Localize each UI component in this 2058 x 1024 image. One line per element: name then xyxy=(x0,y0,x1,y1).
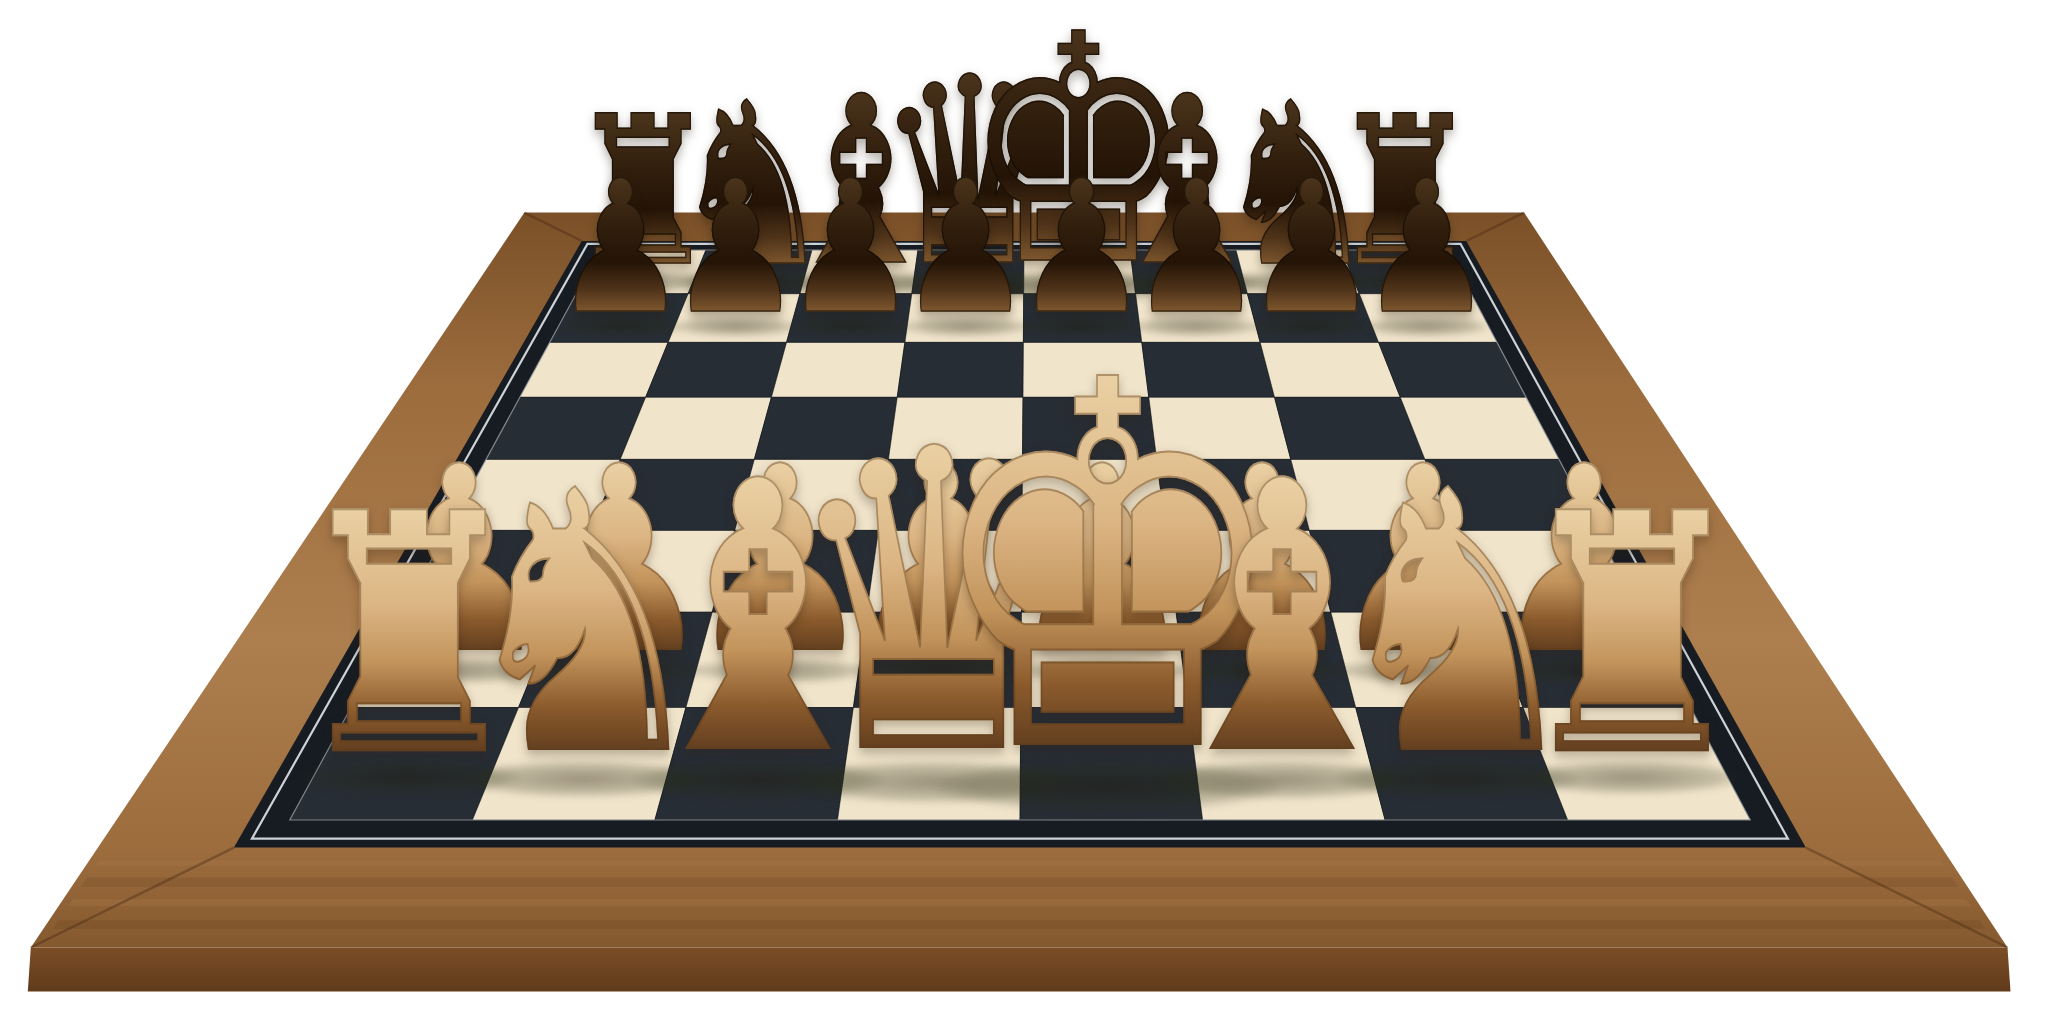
piece-shadow xyxy=(1497,658,1671,684)
piece-shadow xyxy=(1015,658,1189,684)
black-pawn-glyph: ♟ xyxy=(1006,156,1156,339)
piece-shadow xyxy=(1336,658,1510,684)
piece-white-king-e1: ♚ xyxy=(855,317,1360,822)
black-pawn-glyph: ♟ xyxy=(1121,156,1271,339)
piece-black-king-e8: ♚ xyxy=(921,0,1236,309)
piece-black-pawn-b7: ♟ xyxy=(644,156,827,339)
black-bishop-glyph: ♝ xyxy=(765,67,955,299)
white-pawn-glyph: ♟ xyxy=(836,433,1046,689)
piece-black-knight-g8: ♞ xyxy=(1184,74,1408,298)
piece-shadow xyxy=(1108,271,1266,294)
black-queen-glyph: ♛ xyxy=(863,44,1075,303)
white-bishop-glyph: ♝ xyxy=(606,434,911,806)
white-rook-glyph: ♜ xyxy=(1496,471,1767,801)
white-queen-glyph: ♛ xyxy=(763,396,1103,811)
piece-shadow xyxy=(1134,317,1259,335)
piece-white-knight-b1: ♞ xyxy=(404,445,764,805)
piece-shadow xyxy=(782,271,940,294)
white-knight-glyph: ♞ xyxy=(1309,445,1604,805)
white-knight-glyph: ♞ xyxy=(436,445,731,805)
piece-white-pawn-f2: ♟ xyxy=(1134,433,1390,689)
white-rook-glyph: ♜ xyxy=(274,471,545,801)
piece-shadow xyxy=(297,761,521,794)
piece-black-pawn-g7: ♟ xyxy=(1220,156,1403,339)
piece-white-knight-g1: ♞ xyxy=(1277,445,1637,805)
piece-black-pawn-a7: ♟ xyxy=(529,156,712,339)
piece-black-rook-a8: ♜ xyxy=(540,90,746,296)
piece-shadow xyxy=(792,761,1074,803)
piece-shadow xyxy=(1335,761,1580,797)
white-pawn-glyph: ♟ xyxy=(997,433,1207,689)
piece-shadow xyxy=(971,271,1185,302)
black-pawn-glyph: ♟ xyxy=(661,156,811,339)
piece-shadow xyxy=(693,658,867,684)
piece-shadow xyxy=(1175,658,1349,684)
white-pawn-glyph: ♟ xyxy=(354,433,564,689)
piece-shadow xyxy=(675,271,828,293)
piece-shadow xyxy=(936,761,1279,812)
piece-black-queen-d8: ♛ xyxy=(840,44,1099,303)
black-knight-glyph: ♞ xyxy=(1204,74,1388,298)
white-pawn-glyph: ♟ xyxy=(1479,433,1689,689)
piece-shadow xyxy=(1249,317,1374,335)
piece-white-rook-a1: ♜ xyxy=(244,471,574,801)
piece-white-pawn-g2: ♟ xyxy=(1295,433,1551,689)
piece-shadow xyxy=(461,761,706,797)
piece-black-rook-h8: ♜ xyxy=(1302,90,1508,296)
piece-white-pawn-b2: ♟ xyxy=(491,433,747,689)
black-knight-glyph: ♞ xyxy=(660,74,844,298)
white-bishop-glyph: ♝ xyxy=(1130,434,1435,806)
black-pawn-glyph: ♟ xyxy=(546,156,696,339)
piece-black-pawn-d7: ♟ xyxy=(874,156,1057,339)
piece-shadow xyxy=(1156,761,1409,798)
piece-shadow xyxy=(854,658,1028,684)
piece-black-pawn-c7: ♟ xyxy=(759,156,942,339)
white-pawn-glyph: ♟ xyxy=(1318,433,1528,689)
piece-shadow xyxy=(1364,317,1489,335)
piece-shadow xyxy=(674,317,799,335)
piece-white-bishop-f1: ♝ xyxy=(1096,434,1468,806)
piece-shadow xyxy=(532,658,706,684)
black-rook-glyph: ♜ xyxy=(1321,90,1490,296)
piece-shadow xyxy=(881,271,1057,297)
piece-white-rook-h1: ♜ xyxy=(1467,471,1797,801)
piece-black-bishop-c8: ♝ xyxy=(745,67,977,299)
piece-shadow xyxy=(1220,271,1373,293)
piece-shadow xyxy=(371,658,545,684)
piece-black-pawn-h7: ♟ xyxy=(1335,156,1518,339)
piece-black-knight-b8: ♞ xyxy=(640,74,864,298)
piece-shadow xyxy=(789,317,914,335)
chess-pieces-layer: ♜♞♝♛♚♝♞♜♟♟♟♟♟♟♟♟♟♟♟♟♟♟♟♟♜♞♝♛♚♝♞♜ xyxy=(0,0,2058,1024)
piece-shadow xyxy=(1520,761,1744,794)
piece-white-queen-d1: ♛ xyxy=(726,396,1141,811)
white-pawn-glyph: ♟ xyxy=(1157,433,1367,689)
white-king-glyph: ♚ xyxy=(901,317,1315,822)
black-pawn-glyph: ♟ xyxy=(891,156,1041,339)
piece-shadow xyxy=(573,271,713,292)
black-bishop-glyph: ♝ xyxy=(1092,67,1282,299)
black-king-glyph: ♚ xyxy=(949,0,1207,309)
white-pawn-glyph: ♟ xyxy=(514,433,724,689)
piece-white-pawn-h2: ♟ xyxy=(1456,433,1712,689)
piece-shadow xyxy=(1335,271,1475,292)
piece-shadow xyxy=(559,317,684,335)
black-pawn-glyph: ♟ xyxy=(1351,156,1501,339)
piece-black-bishop-f8: ♝ xyxy=(1071,67,1303,299)
white-pawn-glyph: ♟ xyxy=(675,433,885,689)
black-rook-glyph: ♜ xyxy=(559,90,728,296)
piece-black-pawn-f7: ♟ xyxy=(1105,156,1288,339)
black-pawn-glyph: ♟ xyxy=(776,156,926,339)
piece-shadow xyxy=(1019,317,1144,335)
chess-set-product-photo: ♜♞♝♛♚♝♞♜♟♟♟♟♟♟♟♟♟♟♟♟♟♟♟♟♜♞♝♛♚♝♞♜ xyxy=(0,0,2058,1024)
piece-shadow xyxy=(632,761,885,798)
piece-shadow xyxy=(904,317,1029,335)
piece-white-pawn-e2: ♟ xyxy=(974,433,1230,689)
piece-white-pawn-d2: ♟ xyxy=(813,433,1069,689)
black-pawn-glyph: ♟ xyxy=(1236,156,1386,339)
piece-white-pawn-a2: ♟ xyxy=(331,433,587,689)
piece-white-pawn-c2: ♟ xyxy=(652,433,908,689)
piece-black-pawn-e7: ♟ xyxy=(990,156,1173,339)
piece-white-bishop-c1: ♝ xyxy=(572,434,944,806)
